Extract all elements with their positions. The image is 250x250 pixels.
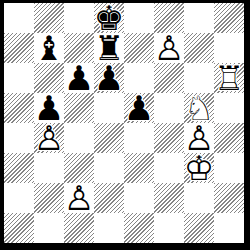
square-e3[interactable] — [124, 153, 154, 183]
square-g3[interactable]: ♚♔ — [184, 153, 214, 183]
square-b1[interactable] — [34, 213, 64, 243]
square-c8[interactable] — [64, 3, 94, 33]
square-c2[interactable]: ♟♙ — [64, 183, 94, 213]
piece-black-pawn[interactable]: ♟♟ — [64, 63, 94, 93]
square-a2[interactable] — [4, 183, 34, 213]
square-g1[interactable] — [184, 213, 214, 243]
piece-white-pawn[interactable]: ♟♙ — [184, 123, 214, 153]
square-a6[interactable] — [4, 63, 34, 93]
white-pawn-glyph: ♙ — [184, 123, 214, 153]
square-f4[interactable] — [154, 123, 184, 153]
piece-white-pawn[interactable]: ♟♙ — [64, 183, 94, 213]
black-pawn-silhouette: ♟ — [64, 63, 94, 93]
square-g8[interactable] — [184, 3, 214, 33]
square-d8[interactable]: ♚♚ — [94, 3, 124, 33]
square-d7[interactable]: ♜♜ — [94, 33, 124, 63]
square-c5[interactable] — [64, 93, 94, 123]
square-b5[interactable]: ♟♟ — [34, 93, 64, 123]
square-d3[interactable] — [94, 153, 124, 183]
white-rook-glyph: ♖ — [214, 63, 244, 93]
black-pawn-glyph: ♟ — [34, 93, 64, 123]
white-pawn-silhouette: ♟ — [184, 123, 214, 153]
black-pawn-glyph: ♟ — [124, 93, 154, 123]
square-h5[interactable] — [214, 93, 244, 123]
square-c6[interactable]: ♟♟ — [64, 63, 94, 93]
square-h8[interactable] — [214, 3, 244, 33]
square-h3[interactable] — [214, 153, 244, 183]
black-king-glyph: ♚ — [94, 3, 124, 33]
white-pawn-glyph: ♙ — [34, 123, 64, 153]
white-king-silhouette: ♚ — [184, 153, 214, 183]
square-f1[interactable] — [154, 213, 184, 243]
black-pawn-silhouette: ♟ — [124, 93, 154, 123]
square-a1[interactable] — [4, 213, 34, 243]
piece-black-pawn[interactable]: ♟♟ — [94, 63, 124, 93]
square-e7[interactable] — [124, 33, 154, 63]
black-bishop-silhouette: ♝ — [34, 33, 64, 63]
square-d5[interactable] — [94, 93, 124, 123]
square-e2[interactable] — [124, 183, 154, 213]
square-a4[interactable] — [4, 123, 34, 153]
black-pawn-silhouette: ♟ — [94, 63, 124, 93]
black-rook-silhouette: ♜ — [94, 33, 124, 63]
square-b6[interactable] — [34, 63, 64, 93]
square-f7[interactable]: ♟♙ — [154, 33, 184, 63]
board-frame: ♚♚♝♝♜♜♟♙♟♟♟♟♜♖♟♟♟♟♞♘♟♙♟♙♚♔♟♙ — [0, 0, 250, 250]
white-pawn-silhouette: ♟ — [64, 183, 94, 213]
square-f6[interactable] — [154, 63, 184, 93]
square-h4[interactable] — [214, 123, 244, 153]
white-pawn-glyph: ♙ — [64, 183, 94, 213]
piece-black-pawn[interactable]: ♟♟ — [34, 93, 64, 123]
black-pawn-silhouette: ♟ — [34, 93, 64, 123]
square-h6[interactable]: ♜♖ — [214, 63, 244, 93]
square-h1[interactable] — [214, 213, 244, 243]
square-h7[interactable] — [214, 33, 244, 63]
white-rook-silhouette: ♜ — [214, 63, 244, 93]
square-a8[interactable] — [4, 3, 34, 33]
white-pawn-silhouette: ♟ — [154, 33, 184, 63]
square-d1[interactable] — [94, 213, 124, 243]
black-pawn-glyph: ♟ — [94, 63, 124, 93]
chess-board: ♚♚♝♝♜♜♟♙♟♟♟♟♜♖♟♟♟♟♞♘♟♙♟♙♚♔♟♙ — [4, 3, 244, 243]
square-c7[interactable] — [64, 33, 94, 63]
square-d6[interactable]: ♟♟ — [94, 63, 124, 93]
square-b2[interactable] — [34, 183, 64, 213]
square-e1[interactable] — [124, 213, 154, 243]
square-c3[interactable] — [64, 153, 94, 183]
square-d2[interactable] — [94, 183, 124, 213]
square-b7[interactable]: ♝♝ — [34, 33, 64, 63]
piece-white-king[interactable]: ♚♔ — [184, 153, 214, 183]
square-b3[interactable] — [34, 153, 64, 183]
square-g2[interactable] — [184, 183, 214, 213]
square-e8[interactable] — [124, 3, 154, 33]
square-a7[interactable] — [4, 33, 34, 63]
piece-black-bishop[interactable]: ♝♝ — [34, 33, 64, 63]
piece-white-knight[interactable]: ♞♘ — [184, 93, 214, 123]
piece-white-pawn[interactable]: ♟♙ — [34, 123, 64, 153]
black-king-silhouette: ♚ — [94, 3, 124, 33]
square-e5[interactable]: ♟♟ — [124, 93, 154, 123]
white-pawn-glyph: ♙ — [154, 33, 184, 63]
square-g7[interactable] — [184, 33, 214, 63]
white-king-glyph: ♔ — [184, 153, 214, 183]
square-a5[interactable] — [4, 93, 34, 123]
white-knight-glyph: ♘ — [184, 93, 214, 123]
piece-black-king[interactable]: ♚♚ — [94, 3, 124, 33]
square-c4[interactable] — [64, 123, 94, 153]
piece-black-pawn[interactable]: ♟♟ — [124, 93, 154, 123]
square-b8[interactable] — [34, 3, 64, 33]
black-pawn-glyph: ♟ — [64, 63, 94, 93]
white-knight-silhouette: ♞ — [184, 93, 214, 123]
square-h2[interactable] — [214, 183, 244, 213]
square-a3[interactable] — [4, 153, 34, 183]
square-e4[interactable] — [124, 123, 154, 153]
square-e6[interactable] — [124, 63, 154, 93]
piece-white-rook[interactable]: ♜♖ — [214, 63, 244, 93]
piece-white-pawn[interactable]: ♟♙ — [154, 33, 184, 63]
black-rook-glyph: ♜ — [94, 33, 124, 63]
square-f5[interactable] — [154, 93, 184, 123]
square-f8[interactable] — [154, 3, 184, 33]
piece-black-rook[interactable]: ♜♜ — [94, 33, 124, 63]
square-f2[interactable] — [154, 183, 184, 213]
square-g4[interactable]: ♟♙ — [184, 123, 214, 153]
square-b4[interactable]: ♟♙ — [34, 123, 64, 153]
white-pawn-silhouette: ♟ — [34, 123, 64, 153]
black-bishop-glyph: ♝ — [34, 33, 64, 63]
square-d4[interactable] — [94, 123, 124, 153]
square-c1[interactable] — [64, 213, 94, 243]
square-f3[interactable] — [154, 153, 184, 183]
square-g5[interactable]: ♞♘ — [184, 93, 214, 123]
square-g6[interactable] — [184, 63, 214, 93]
